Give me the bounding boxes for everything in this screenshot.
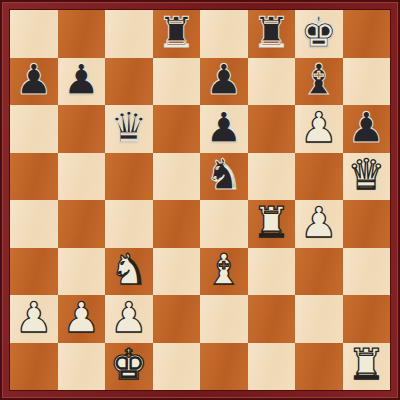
square-c6[interactable]: ♛ xyxy=(105,105,153,153)
piece-black-pawn[interactable]: ♟ xyxy=(15,59,53,101)
square-g3[interactable] xyxy=(295,248,343,296)
board-frame: ♜♜♚♟♟♟♝♛♟♟♟♞♛♜♟♞♝♟♟♟♚♜ xyxy=(0,0,400,400)
piece-black-rook[interactable]: ♜ xyxy=(157,12,195,54)
square-e1[interactable] xyxy=(200,343,248,391)
piece-white-bishop[interactable]: ♝ xyxy=(205,249,243,291)
square-h6[interactable]: ♟ xyxy=(343,105,391,153)
square-g8[interactable]: ♚ xyxy=(295,10,343,58)
square-d7[interactable] xyxy=(153,58,201,106)
piece-black-pawn[interactable]: ♟ xyxy=(62,59,100,101)
square-a2[interactable]: ♟ xyxy=(10,295,58,343)
square-a6[interactable] xyxy=(10,105,58,153)
piece-black-pawn[interactable]: ♟ xyxy=(205,107,243,149)
square-e6[interactable]: ♟ xyxy=(200,105,248,153)
square-g2[interactable] xyxy=(295,295,343,343)
square-c8[interactable] xyxy=(105,10,153,58)
piece-black-rook[interactable]: ♜ xyxy=(252,12,290,54)
square-f3[interactable] xyxy=(248,248,296,296)
piece-black-bishop[interactable]: ♝ xyxy=(300,59,338,101)
square-d6[interactable] xyxy=(153,105,201,153)
piece-black-queen[interactable]: ♛ xyxy=(110,107,148,149)
square-d5[interactable] xyxy=(153,153,201,201)
square-h8[interactable] xyxy=(343,10,391,58)
piece-black-knight[interactable]: ♞ xyxy=(205,154,243,196)
square-e3[interactable]: ♝ xyxy=(200,248,248,296)
square-b8[interactable] xyxy=(58,10,106,58)
square-e2[interactable] xyxy=(200,295,248,343)
square-f5[interactable] xyxy=(248,153,296,201)
piece-white-knight[interactable]: ♞ xyxy=(110,249,148,291)
square-h5[interactable]: ♛ xyxy=(343,153,391,201)
square-g1[interactable] xyxy=(295,343,343,391)
piece-white-king[interactable]: ♚ xyxy=(110,344,148,386)
square-d8[interactable]: ♜ xyxy=(153,10,201,58)
square-b7[interactable]: ♟ xyxy=(58,58,106,106)
square-d3[interactable] xyxy=(153,248,201,296)
square-b6[interactable] xyxy=(58,105,106,153)
square-c1[interactable]: ♚ xyxy=(105,343,153,391)
piece-white-pawn[interactable]: ♟ xyxy=(300,202,338,244)
square-g6[interactable]: ♟ xyxy=(295,105,343,153)
square-g4[interactable]: ♟ xyxy=(295,200,343,248)
square-f7[interactable] xyxy=(248,58,296,106)
square-b4[interactable] xyxy=(58,200,106,248)
square-c3[interactable]: ♞ xyxy=(105,248,153,296)
square-f8[interactable]: ♜ xyxy=(248,10,296,58)
square-e7[interactable]: ♟ xyxy=(200,58,248,106)
square-b5[interactable] xyxy=(58,153,106,201)
square-d2[interactable] xyxy=(153,295,201,343)
square-h1[interactable]: ♜ xyxy=(343,343,391,391)
piece-white-pawn[interactable]: ♟ xyxy=(15,297,53,339)
square-f2[interactable] xyxy=(248,295,296,343)
piece-white-rook[interactable]: ♜ xyxy=(347,344,385,386)
square-h4[interactable] xyxy=(343,200,391,248)
square-c2[interactable]: ♟ xyxy=(105,295,153,343)
piece-white-pawn[interactable]: ♟ xyxy=(110,297,148,339)
square-c4[interactable] xyxy=(105,200,153,248)
piece-white-queen[interactable]: ♛ xyxy=(347,154,385,196)
square-b2[interactable]: ♟ xyxy=(58,295,106,343)
square-h2[interactable] xyxy=(343,295,391,343)
square-e4[interactable] xyxy=(200,200,248,248)
piece-white-rook[interactable]: ♜ xyxy=(252,202,290,244)
piece-white-pawn[interactable]: ♟ xyxy=(300,107,338,149)
square-h3[interactable] xyxy=(343,248,391,296)
square-d4[interactable] xyxy=(153,200,201,248)
square-b3[interactable] xyxy=(58,248,106,296)
square-a4[interactable] xyxy=(10,200,58,248)
square-g5[interactable] xyxy=(295,153,343,201)
square-d1[interactable] xyxy=(153,343,201,391)
square-e8[interactable] xyxy=(200,10,248,58)
square-h7[interactable] xyxy=(343,58,391,106)
piece-black-king[interactable]: ♚ xyxy=(300,12,338,54)
square-e5[interactable]: ♞ xyxy=(200,153,248,201)
square-a8[interactable] xyxy=(10,10,58,58)
square-a5[interactable] xyxy=(10,153,58,201)
square-a3[interactable] xyxy=(10,248,58,296)
square-a7[interactable]: ♟ xyxy=(10,58,58,106)
square-a1[interactable] xyxy=(10,343,58,391)
square-b1[interactable] xyxy=(58,343,106,391)
square-f1[interactable] xyxy=(248,343,296,391)
chess-board: ♜♜♚♟♟♟♝♛♟♟♟♞♛♜♟♞♝♟♟♟♚♜ xyxy=(10,10,390,390)
square-g7[interactable]: ♝ xyxy=(295,58,343,106)
square-c5[interactable] xyxy=(105,153,153,201)
square-f6[interactable] xyxy=(248,105,296,153)
square-f4[interactable]: ♜ xyxy=(248,200,296,248)
piece-black-pawn[interactable]: ♟ xyxy=(347,107,385,149)
square-c7[interactable] xyxy=(105,58,153,106)
piece-white-pawn[interactable]: ♟ xyxy=(62,297,100,339)
piece-black-pawn[interactable]: ♟ xyxy=(205,59,243,101)
